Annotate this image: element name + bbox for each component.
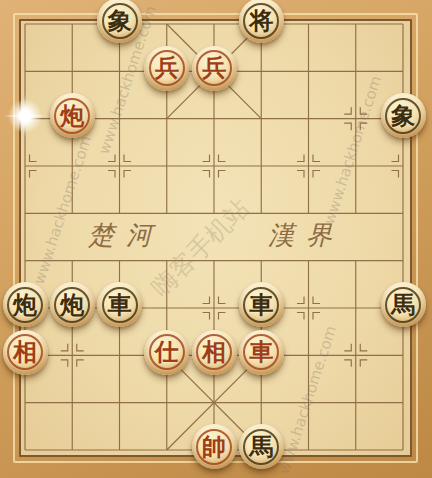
piece-character: 馬 [391, 293, 415, 317]
piece-character: 兵 [202, 56, 226, 80]
piece-character: 炮 [13, 293, 37, 317]
piece-black-chariot[interactable]: 車 [97, 282, 142, 327]
piece-character: 象 [391, 104, 415, 128]
piece-red-general[interactable]: 帥 [192, 424, 237, 469]
piece-character: 将 [249, 9, 273, 33]
piece-black-horse[interactable]: 馬 [381, 282, 426, 327]
piece-black-elephant[interactable]: 象 [97, 0, 142, 43]
piece-character: 帥 [202, 435, 226, 459]
xiangqi-app: www.hackhome.com www.hackhome.com www.ha… [0, 0, 432, 478]
piece-character: 車 [249, 293, 273, 317]
piece-character: 相 [13, 340, 37, 364]
piece-black-cannon[interactable]: 炮 [50, 282, 95, 327]
piece-black-horse[interactable]: 馬 [239, 424, 284, 469]
piece-red-elephant[interactable]: 相 [192, 330, 237, 375]
piece-black-chariot[interactable]: 車 [239, 282, 284, 327]
piece-character: 車 [249, 340, 273, 364]
piece-red-advisor[interactable]: 仕 [144, 330, 189, 375]
piece-black-general[interactable]: 将 [239, 0, 284, 43]
piece-black-cannon[interactable]: 炮 [3, 282, 48, 327]
piece-red-chariot[interactable]: 車 [239, 330, 284, 375]
piece-red-cannon[interactable]: 炮 [50, 93, 95, 138]
piece-character: 炮 [60, 104, 84, 128]
piece-character: 炮 [60, 293, 84, 317]
piece-character: 車 [108, 293, 132, 317]
piece-character: 馬 [249, 435, 273, 459]
piece-red-soldier[interactable]: 兵 [192, 46, 237, 91]
pieces-layer: 象将兵兵炮象炮炮車車馬相仕相車帥馬 [1, 0, 426, 473]
piece-red-elephant[interactable]: 相 [3, 330, 48, 375]
piece-character: 仕 [155, 340, 179, 364]
piece-red-soldier[interactable]: 兵 [144, 46, 189, 91]
piece-character: 象 [108, 9, 132, 33]
piece-black-elephant[interactable]: 象 [381, 93, 426, 138]
piece-character: 兵 [155, 56, 179, 80]
piece-character: 相 [202, 340, 226, 364]
